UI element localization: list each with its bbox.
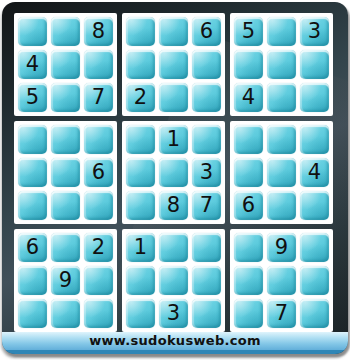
given-digit: 8 bbox=[167, 195, 180, 216]
box-3-1: 629 bbox=[14, 229, 117, 332]
cell-r4c6[interactable] bbox=[192, 125, 221, 154]
given-digit: 5 bbox=[26, 87, 39, 108]
cell-r2c8[interactable] bbox=[267, 50, 296, 79]
given-digit: 6 bbox=[92, 162, 105, 183]
cell-r2c4[interactable] bbox=[126, 50, 155, 79]
cell-r1c9[interactable]: 3 bbox=[300, 17, 329, 46]
given-digit: 3 bbox=[308, 21, 321, 42]
given-digit: 6 bbox=[26, 237, 39, 258]
cell-r9c5[interactable]: 3 bbox=[159, 299, 188, 328]
given-digit: 1 bbox=[167, 129, 180, 150]
given-digit: 7 bbox=[200, 195, 213, 216]
cell-r7c6[interactable] bbox=[192, 233, 221, 262]
cell-r8c1[interactable] bbox=[18, 266, 47, 295]
given-digit: 7 bbox=[275, 303, 288, 324]
given-digit: 8 bbox=[92, 21, 105, 42]
cell-r7c8[interactable]: 9 bbox=[267, 233, 296, 262]
cell-r2c7[interactable] bbox=[234, 50, 263, 79]
cell-r8c4[interactable] bbox=[126, 266, 155, 295]
cell-r4c4[interactable] bbox=[126, 125, 155, 154]
cell-r8c2[interactable]: 9 bbox=[51, 266, 80, 295]
cell-r1c1[interactable] bbox=[18, 17, 47, 46]
cell-r1c4[interactable] bbox=[126, 17, 155, 46]
cell-r7c1[interactable]: 6 bbox=[18, 233, 47, 262]
cell-r8c9[interactable] bbox=[300, 266, 329, 295]
cell-r3c3[interactable]: 7 bbox=[84, 83, 113, 112]
cell-r4c7[interactable] bbox=[234, 125, 263, 154]
cell-r3c7[interactable]: 4 bbox=[234, 83, 263, 112]
cell-r5c8[interactable] bbox=[267, 158, 296, 187]
cell-r9c3[interactable] bbox=[84, 299, 113, 328]
cell-r1c6[interactable]: 6 bbox=[192, 17, 221, 46]
cell-r8c5[interactable] bbox=[159, 266, 188, 295]
cell-r6c6[interactable]: 7 bbox=[192, 191, 221, 220]
cell-r9c7[interactable] bbox=[234, 299, 263, 328]
cell-r2c3[interactable] bbox=[84, 50, 113, 79]
cell-r1c8[interactable] bbox=[267, 17, 296, 46]
cell-r5c1[interactable] bbox=[18, 158, 47, 187]
given-digit: 4 bbox=[308, 162, 321, 183]
cell-r6c5[interactable]: 8 bbox=[159, 191, 188, 220]
given-digit: 5 bbox=[242, 21, 255, 42]
cell-r3c6[interactable] bbox=[192, 83, 221, 112]
cell-r1c5[interactable] bbox=[159, 17, 188, 46]
cell-r2c5[interactable] bbox=[159, 50, 188, 79]
cell-r7c7[interactable] bbox=[234, 233, 263, 262]
box-3-3: 97 bbox=[230, 229, 333, 332]
footer-banner: www.sudokusweb.com bbox=[2, 332, 348, 354]
cell-r6c9[interactable] bbox=[300, 191, 329, 220]
cell-r6c1[interactable] bbox=[18, 191, 47, 220]
cell-r9c2[interactable] bbox=[51, 299, 80, 328]
given-digit: 2 bbox=[134, 87, 147, 108]
cell-r3c9[interactable] bbox=[300, 83, 329, 112]
cell-r1c7[interactable]: 5 bbox=[234, 17, 263, 46]
box-2-1: 6 bbox=[14, 121, 117, 224]
cell-r5c3[interactable]: 6 bbox=[84, 158, 113, 187]
cell-r4c2[interactable] bbox=[51, 125, 80, 154]
cell-r3c8[interactable] bbox=[267, 83, 296, 112]
given-digit: 7 bbox=[92, 87, 105, 108]
box-1-3: 534 bbox=[230, 13, 333, 116]
cell-r2c1[interactable]: 4 bbox=[18, 50, 47, 79]
box-1-1: 8457 bbox=[14, 13, 117, 116]
box-3-2: 13 bbox=[122, 229, 225, 332]
cell-r2c9[interactable] bbox=[300, 50, 329, 79]
cell-r1c2[interactable] bbox=[51, 17, 80, 46]
cell-r3c5[interactable] bbox=[159, 83, 188, 112]
given-digit: 4 bbox=[242, 87, 255, 108]
cell-r8c3[interactable] bbox=[84, 266, 113, 295]
cell-r8c6[interactable] bbox=[192, 266, 221, 295]
cell-r1c3[interactable]: 8 bbox=[84, 17, 113, 46]
cell-r9c6[interactable] bbox=[192, 299, 221, 328]
cell-r4c9[interactable] bbox=[300, 125, 329, 154]
cell-r7c5[interactable] bbox=[159, 233, 188, 262]
given-digit: 6 bbox=[242, 195, 255, 216]
cell-r3c4[interactable]: 2 bbox=[126, 83, 155, 112]
given-digit: 6 bbox=[200, 21, 213, 42]
cell-r4c8[interactable] bbox=[267, 125, 296, 154]
box-1-2: 62 bbox=[122, 13, 225, 116]
given-digit: 4 bbox=[26, 54, 39, 75]
cell-r4c1[interactable] bbox=[18, 125, 47, 154]
cell-r5c4[interactable] bbox=[126, 158, 155, 187]
cell-r8c8[interactable] bbox=[267, 266, 296, 295]
cell-r3c1[interactable]: 5 bbox=[18, 83, 47, 112]
box-2-3: 46 bbox=[230, 121, 333, 224]
sudoku-grid: 84576253461387466291397 bbox=[2, 2, 348, 332]
sudoku-board: 84576253461387466291397 www.sudokusweb.c… bbox=[2, 2, 348, 354]
cell-r5c2[interactable] bbox=[51, 158, 80, 187]
cell-r5c5[interactable] bbox=[159, 158, 188, 187]
cell-r6c2[interactable] bbox=[51, 191, 80, 220]
box-2-2: 1387 bbox=[122, 121, 225, 224]
sudoku-page: 84576253461387466291397 www.sudokusweb.c… bbox=[0, 0, 350, 360]
cell-r8c7[interactable] bbox=[234, 266, 263, 295]
cell-r7c3[interactable]: 2 bbox=[84, 233, 113, 262]
cell-r6c4[interactable] bbox=[126, 191, 155, 220]
cell-r2c6[interactable] bbox=[192, 50, 221, 79]
cell-r7c4[interactable]: 1 bbox=[126, 233, 155, 262]
cell-r5c6[interactable]: 3 bbox=[192, 158, 221, 187]
cell-r6c8[interactable] bbox=[267, 191, 296, 220]
cell-r7c9[interactable] bbox=[300, 233, 329, 262]
given-digit: 9 bbox=[275, 237, 288, 258]
cell-r9c8[interactable]: 7 bbox=[267, 299, 296, 328]
cell-r5c7[interactable] bbox=[234, 158, 263, 187]
cell-r9c4[interactable] bbox=[126, 299, 155, 328]
site-link[interactable]: www.sudokusweb.com bbox=[89, 332, 261, 350]
given-digit: 1 bbox=[134, 237, 147, 258]
given-digit: 3 bbox=[200, 162, 213, 183]
given-digit: 2 bbox=[92, 237, 105, 258]
cell-r4c3[interactable] bbox=[84, 125, 113, 154]
given-digit: 3 bbox=[167, 303, 180, 324]
cell-r2c2[interactable] bbox=[51, 50, 80, 79]
cell-r9c9[interactable] bbox=[300, 299, 329, 328]
cell-r5c9[interactable]: 4 bbox=[300, 158, 329, 187]
cell-r6c3[interactable] bbox=[84, 191, 113, 220]
given-digit: 9 bbox=[59, 270, 72, 291]
cell-r3c2[interactable] bbox=[51, 83, 80, 112]
cell-r7c2[interactable] bbox=[51, 233, 80, 262]
cell-r6c7[interactable]: 6 bbox=[234, 191, 263, 220]
cell-r4c5[interactable]: 1 bbox=[159, 125, 188, 154]
cell-r9c1[interactable] bbox=[18, 299, 47, 328]
